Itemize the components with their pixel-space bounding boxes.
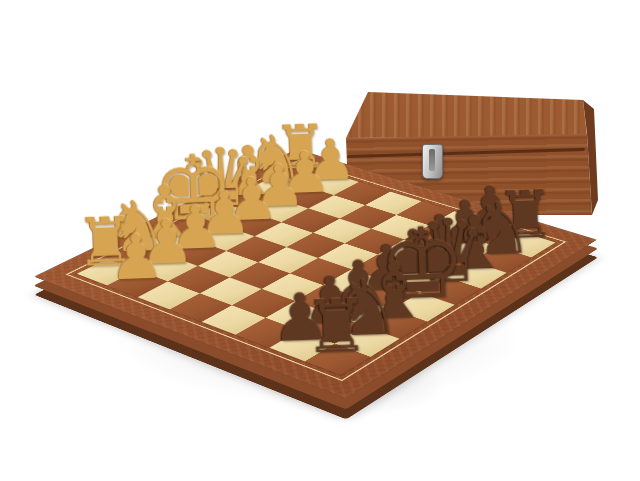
piece-glyph: ♜	[269, 291, 404, 365]
piece-glyph: ♟	[74, 226, 198, 288]
box-clasp-slot	[429, 149, 435, 171]
box-clasp[interactable]	[422, 144, 443, 179]
product-photo-scene: ♜♟♟♜♞♟♟♞♝♟♟♝♛♟♟♛♚♟♟♚♝♟♟♝♞♟♟♞♜♟♟♜	[0, 0, 640, 481]
